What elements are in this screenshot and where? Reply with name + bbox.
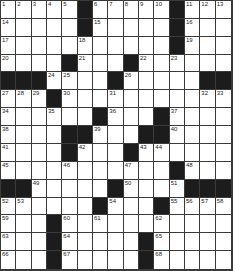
clue-number-47: 47 [125, 162, 132, 169]
white-cell-r9c3[interactable] [32, 144, 47, 162]
clue-number-37: 37 [171, 108, 178, 115]
white-cell-r3c5[interactable] [62, 37, 77, 55]
white-cell-r5c7[interactable] [93, 72, 108, 90]
white-cell-r11c12[interactable]: 51 [170, 180, 185, 198]
white-cell-r7c8[interactable]: 36 [108, 108, 123, 126]
white-cell-r6c7[interactable] [93, 90, 108, 108]
white-cell-r7c5[interactable] [62, 108, 77, 126]
white-cell-r4c8[interactable] [108, 55, 123, 73]
white-cell-r7c3[interactable] [32, 108, 47, 126]
white-cell-r3c8[interactable] [108, 37, 123, 55]
white-cell-r14c12[interactable] [170, 233, 185, 251]
clue-number-24: 24 [48, 72, 55, 79]
white-cell-r4c7[interactable] [93, 55, 108, 73]
white-cell-r12c15[interactable]: 58 [216, 198, 231, 216]
white-cell-r9c4[interactable] [47, 144, 62, 162]
white-cell-r14c9[interactable] [124, 233, 139, 251]
black-cell-r8c6 [78, 126, 93, 144]
clue-number-4: 4 [48, 1, 51, 8]
clue-number-55: 55 [171, 198, 178, 205]
white-cell-r6c15[interactable]: 33 [216, 90, 231, 108]
white-cell-r14c3[interactable] [32, 233, 47, 251]
white-cell-r9c8[interactable] [108, 144, 123, 162]
clue-number-67: 67 [63, 251, 70, 258]
white-cell-r2c3[interactable] [32, 19, 47, 37]
clue-number-59: 59 [2, 215, 9, 222]
clue-number-33: 33 [217, 90, 224, 97]
white-cell-r1c15[interactable]: 13 [216, 1, 231, 19]
black-cell-r9c5 [62, 144, 77, 162]
white-cell-r14c6[interactable] [78, 233, 93, 251]
white-cell-r13c13[interactable] [185, 215, 200, 233]
white-cell-r13c6[interactable] [78, 215, 93, 233]
black-cell-r11c1 [1, 180, 16, 198]
black-cell-r11c13 [185, 180, 200, 198]
white-cell-r11c9[interactable]: 50 [124, 180, 139, 198]
white-cell-r14c11[interactable]: 65 [154, 233, 169, 251]
white-cell-r13c3[interactable] [32, 215, 47, 233]
white-cell-r10c2[interactable] [16, 162, 31, 180]
black-cell-r12c11 [154, 198, 169, 216]
white-cell-r1c7[interactable]: 6 [93, 1, 108, 19]
white-cell-r11c11[interactable] [154, 180, 169, 198]
white-cell-r6c14[interactable]: 32 [200, 90, 215, 108]
white-cell-r10c7[interactable] [93, 162, 108, 180]
white-cell-r11c5[interactable] [62, 180, 77, 198]
white-cell-r2c11[interactable] [154, 19, 169, 37]
white-cell-r10c10[interactable] [139, 162, 154, 180]
white-cell-r10c1[interactable]: 45 [1, 162, 16, 180]
white-cell-r4c11[interactable] [154, 55, 169, 73]
black-cell-r13c4 [47, 215, 62, 233]
white-cell-r1c4[interactable]: 4 [47, 1, 62, 19]
white-cell-r5c12[interactable] [170, 72, 185, 90]
white-cell-r3c2[interactable] [16, 37, 31, 55]
white-cell-r3c15[interactable] [216, 37, 231, 55]
clue-number-41: 41 [2, 144, 9, 151]
white-cell-r14c5[interactable]: 64 [62, 233, 77, 251]
clue-number-63: 63 [2, 233, 9, 240]
clue-number-15: 15 [94, 19, 101, 26]
white-cell-r10c6[interactable] [78, 162, 93, 180]
white-cell-r12c4[interactable] [47, 198, 62, 216]
black-cell-r7c11 [154, 108, 169, 126]
white-cell-r4c12[interactable]: 23 [170, 55, 185, 73]
white-cell-r7c15[interactable] [216, 108, 231, 126]
clue-number-35: 35 [48, 108, 55, 115]
white-cell-r3c7[interactable] [93, 37, 108, 55]
clue-number-3: 3 [33, 1, 36, 8]
clue-number-7: 7 [109, 1, 112, 8]
black-cell-r11c8 [108, 180, 123, 198]
clue-number-62: 62 [155, 215, 162, 222]
black-cell-r12c7 [93, 198, 108, 216]
white-cell-r9c14[interactable] [200, 144, 215, 162]
white-cell-r6c8[interactable]: 31 [108, 90, 123, 108]
white-cell-r2c1[interactable]: 14 [1, 19, 16, 37]
clue-number-48: 48 [186, 162, 193, 169]
clue-number-44: 44 [155, 144, 162, 151]
white-cell-r15c8[interactable] [108, 251, 123, 269]
clue-number-60: 60 [63, 215, 70, 222]
white-cell-r7c12[interactable]: 37 [170, 108, 185, 126]
white-cell-r13c14[interactable] [200, 215, 215, 233]
clue-number-13: 13 [217, 1, 224, 8]
clue-number-49: 49 [33, 180, 40, 187]
clue-number-61: 61 [94, 215, 101, 222]
clue-number-6: 6 [94, 1, 97, 8]
white-cell-r2c10[interactable] [139, 19, 154, 37]
clue-number-42: 42 [79, 144, 86, 151]
white-cell-r8c13[interactable] [185, 126, 200, 144]
white-cell-r10c5[interactable]: 46 [62, 162, 77, 180]
clue-number-45: 45 [2, 162, 9, 169]
clue-number-2: 2 [17, 1, 20, 8]
white-cell-r7c4[interactable]: 35 [47, 108, 62, 126]
white-cell-r10c11[interactable] [154, 162, 169, 180]
white-cell-r8c12[interactable]: 40 [170, 126, 185, 144]
clue-number-18: 18 [79, 37, 86, 44]
clue-number-54: 54 [109, 198, 116, 205]
white-cell-r1c2[interactable]: 2 [16, 1, 31, 19]
white-cell-r13c8[interactable] [108, 215, 123, 233]
white-cell-r15c3[interactable] [32, 251, 47, 269]
clue-number-56: 56 [186, 198, 193, 205]
clue-number-38: 38 [2, 126, 9, 133]
clue-number-5: 5 [63, 1, 66, 8]
white-cell-r13c10[interactable] [139, 215, 154, 233]
clue-number-50: 50 [125, 180, 132, 187]
white-cell-r3c9[interactable] [124, 37, 139, 55]
clue-number-66: 66 [2, 251, 9, 258]
white-cell-r6c11[interactable] [154, 90, 169, 108]
white-cell-r2c8[interactable] [108, 19, 123, 37]
black-cell-r1c6 [78, 1, 93, 19]
white-cell-r8c2[interactable] [16, 126, 31, 144]
black-cell-r5c2 [16, 72, 31, 90]
clue-number-11: 11 [186, 1, 192, 8]
white-cell-r2c9[interactable] [124, 19, 139, 37]
white-cell-r9c12[interactable] [170, 144, 185, 162]
clue-number-40: 40 [171, 126, 178, 133]
white-cell-r10c3[interactable] [32, 162, 47, 180]
black-cell-r7c7 [93, 108, 108, 126]
white-cell-r11c4[interactable] [47, 180, 62, 198]
white-cell-r4c3[interactable] [32, 55, 47, 73]
white-cell-r14c14[interactable] [200, 233, 215, 251]
white-cell-r10c4[interactable] [47, 162, 62, 180]
white-cell-r1c8[interactable]: 7 [108, 1, 123, 19]
white-cell-r5c4[interactable]: 24 [47, 72, 62, 90]
white-cell-r10c14[interactable] [200, 162, 215, 180]
clue-number-20: 20 [2, 55, 9, 62]
white-cell-r2c4[interactable] [47, 19, 62, 37]
white-cell-r1c10[interactable]: 9 [139, 1, 154, 19]
white-cell-r8c8[interactable] [108, 126, 123, 144]
white-cell-r15c14[interactable] [200, 251, 215, 269]
white-cell-r8c14[interactable] [200, 126, 215, 144]
white-cell-r8c9[interactable] [124, 126, 139, 144]
white-cell-r3c6[interactable]: 18 [78, 37, 93, 55]
white-cell-r2c15[interactable] [216, 19, 231, 37]
black-cell-r5c14 [200, 72, 215, 90]
white-cell-r5c13[interactable] [185, 72, 200, 90]
black-cell-r11c2 [16, 180, 31, 198]
clue-number-23: 23 [171, 55, 178, 62]
black-cell-r8c5 [62, 126, 77, 144]
black-cell-r5c8 [108, 72, 123, 90]
clue-number-53: 53 [17, 198, 24, 205]
white-cell-r13c15[interactable] [216, 215, 231, 233]
white-cell-r13c5[interactable]: 60 [62, 215, 77, 233]
black-cell-r1c12 [170, 1, 185, 19]
white-cell-r3c4[interactable] [47, 37, 62, 55]
white-cell-r15c15[interactable] [216, 251, 231, 269]
clue-number-9: 9 [140, 1, 143, 8]
clue-number-25: 25 [63, 72, 70, 79]
white-cell-r14c1[interactable]: 63 [1, 233, 16, 251]
black-cell-r3c12 [170, 37, 185, 55]
white-cell-r6c9[interactable] [124, 90, 139, 108]
black-cell-r8c11 [154, 126, 169, 144]
white-cell-r4c1[interactable]: 20 [1, 55, 16, 73]
white-cell-r12c9[interactable] [124, 198, 139, 216]
white-cell-r14c7[interactable] [93, 233, 108, 251]
white-cell-r2c14[interactable] [200, 19, 215, 37]
white-cell-r9c13[interactable] [185, 144, 200, 162]
white-cell-r13c9[interactable] [124, 215, 139, 233]
white-cell-r10c8[interactable] [108, 162, 123, 180]
white-cell-r4c14[interactable] [200, 55, 215, 73]
clue-number-19: 19 [186, 37, 193, 44]
white-cell-r6c5[interactable]: 30 [62, 90, 77, 108]
clue-number-14: 14 [2, 19, 9, 26]
white-cell-r12c1[interactable]: 52 [1, 198, 16, 216]
white-cell-r1c5[interactable]: 5 [62, 1, 77, 19]
white-cell-r3c1[interactable]: 17 [1, 37, 16, 55]
white-cell-r7c14[interactable] [200, 108, 215, 126]
black-cell-r4c5 [62, 55, 77, 73]
white-cell-r12c3[interactable] [32, 198, 47, 216]
white-cell-r7c10[interactable] [139, 108, 154, 126]
white-cell-r5c9[interactable]: 26 [124, 72, 139, 90]
clue-number-32: 32 [201, 90, 208, 97]
white-cell-r8c15[interactable] [216, 126, 231, 144]
clue-number-68: 68 [155, 251, 162, 258]
white-cell-r8c3[interactable] [32, 126, 47, 144]
white-cell-r4c4[interactable] [47, 55, 62, 73]
clue-number-31: 31 [109, 90, 116, 97]
white-cell-r4c13[interactable] [185, 55, 200, 73]
white-cell-r13c1[interactable]: 59 [1, 215, 16, 233]
white-cell-r15c13[interactable] [185, 251, 200, 269]
white-cell-r7c13[interactable] [185, 108, 200, 126]
white-cell-r2c13[interactable]: 16 [185, 19, 200, 37]
white-cell-r2c5[interactable] [62, 19, 77, 37]
white-cell-r6c6[interactable] [78, 90, 93, 108]
white-cell-r10c13[interactable]: 48 [185, 162, 200, 180]
clue-number-65: 65 [155, 233, 162, 240]
clue-number-29: 29 [33, 90, 40, 97]
clue-number-34: 34 [2, 108, 9, 115]
white-cell-r11c7[interactable] [93, 180, 108, 198]
clue-number-58: 58 [217, 198, 224, 205]
black-cell-r14c4 [47, 233, 62, 251]
clue-number-43: 43 [140, 144, 147, 151]
white-cell-r12c12[interactable]: 55 [170, 198, 185, 216]
white-cell-r1c9[interactable]: 8 [124, 1, 139, 19]
clue-number-1: 1 [2, 1, 5, 8]
clue-number-46: 46 [63, 162, 70, 169]
white-cell-r12c5[interactable] [62, 198, 77, 216]
white-cell-r3c14[interactable] [200, 37, 215, 55]
clue-number-57: 57 [201, 198, 208, 205]
white-cell-r6c10[interactable] [139, 90, 154, 108]
white-cell-r9c1[interactable]: 41 [1, 144, 16, 162]
white-cell-r13c11[interactable]: 62 [154, 215, 169, 233]
white-cell-r15c9[interactable] [124, 251, 139, 269]
clue-number-17: 17 [2, 37, 9, 44]
white-cell-r15c1[interactable]: 66 [1, 251, 16, 269]
black-cell-r9c9 [124, 144, 139, 162]
white-cell-r9c10[interactable]: 43 [139, 144, 154, 162]
white-cell-r6c2[interactable]: 28 [16, 90, 31, 108]
white-cell-r13c12[interactable] [170, 215, 185, 233]
clue-number-64: 64 [63, 233, 70, 240]
white-cell-r12c10[interactable] [139, 198, 154, 216]
white-cell-r13c2[interactable] [16, 215, 31, 233]
white-cell-r12c6[interactable] [78, 198, 93, 216]
clue-number-12: 12 [201, 1, 208, 8]
white-cell-r9c7[interactable] [93, 144, 108, 162]
white-cell-r9c11[interactable]: 44 [154, 144, 169, 162]
white-cell-r1c3[interactable]: 3 [32, 1, 47, 19]
white-cell-r15c7[interactable] [93, 251, 108, 269]
white-cell-r1c14[interactable]: 12 [200, 1, 215, 19]
black-cell-r10c12 [170, 162, 185, 180]
white-cell-r15c11[interactable]: 68 [154, 251, 169, 269]
black-cell-r5c1 [1, 72, 16, 90]
white-cell-r8c7[interactable]: 39 [93, 126, 108, 144]
white-cell-r7c6[interactable] [78, 108, 93, 126]
white-cell-r2c2[interactable] [16, 19, 31, 37]
black-cell-r2c6 [78, 19, 93, 37]
white-cell-r14c8[interactable] [108, 233, 123, 251]
clue-number-51: 51 [171, 180, 178, 187]
white-cell-r1c13[interactable]: 11 [185, 1, 200, 19]
white-cell-r10c15[interactable] [216, 162, 231, 180]
white-cell-r14c15[interactable] [216, 233, 231, 251]
white-cell-r8c4[interactable] [47, 126, 62, 144]
white-cell-r5c5[interactable]: 25 [62, 72, 77, 90]
white-cell-r12c14[interactable]: 57 [200, 198, 215, 216]
white-cell-r4c10[interactable]: 22 [139, 55, 154, 73]
clue-number-10: 10 [155, 1, 162, 8]
black-cell-r8c10 [139, 126, 154, 144]
clue-number-26: 26 [125, 72, 132, 79]
clue-number-52: 52 [2, 198, 9, 205]
white-cell-r6c13[interactable] [185, 90, 200, 108]
white-cell-r15c2[interactable] [16, 251, 31, 269]
white-cell-r11c3[interactable]: 49 [32, 180, 47, 198]
white-cell-r8c1[interactable]: 38 [1, 126, 16, 144]
white-cell-r14c2[interactable] [16, 233, 31, 251]
white-cell-r4c2[interactable] [16, 55, 31, 73]
white-cell-r9c15[interactable] [216, 144, 231, 162]
white-cell-r6c1[interactable]: 27 [1, 90, 16, 108]
black-cell-r14c10 [139, 233, 154, 251]
white-cell-r11c6[interactable] [78, 180, 93, 198]
white-cell-r11c10[interactable] [139, 180, 154, 198]
crossword-grid: 1234567891011121314151617181920212223242… [0, 0, 233, 271]
white-cell-r6c3[interactable]: 29 [32, 90, 47, 108]
white-cell-r3c11[interactable] [154, 37, 169, 55]
black-cell-r5c3 [32, 72, 47, 90]
white-cell-r10c9[interactable]: 47 [124, 162, 139, 180]
black-cell-r4c9 [124, 55, 139, 73]
clue-number-28: 28 [17, 90, 24, 97]
white-cell-r5c10[interactable] [139, 72, 154, 90]
white-cell-r12c8[interactable]: 54 [108, 198, 123, 216]
black-cell-r2c12 [170, 19, 185, 37]
white-cell-r2c7[interactable]: 15 [93, 19, 108, 37]
clue-number-21: 21 [79, 55, 86, 62]
white-cell-r12c13[interactable]: 56 [185, 198, 200, 216]
white-cell-r3c13[interactable]: 19 [185, 37, 200, 55]
white-cell-r15c6[interactable] [78, 251, 93, 269]
black-cell-r11c15 [216, 180, 231, 198]
white-cell-r3c10[interactable] [139, 37, 154, 55]
black-cell-r6c4 [47, 90, 62, 108]
white-cell-r9c6[interactable]: 42 [78, 144, 93, 162]
white-cell-r1c11[interactable]: 10 [154, 1, 169, 19]
white-cell-r3c3[interactable] [32, 37, 47, 55]
black-cell-r15c4 [47, 251, 62, 269]
black-cell-r15c10 [139, 251, 154, 269]
white-cell-r7c9[interactable] [124, 108, 139, 126]
white-cell-r12c2[interactable]: 53 [16, 198, 31, 216]
white-cell-r15c12[interactable] [170, 251, 185, 269]
white-cell-r15c5[interactable]: 67 [62, 251, 77, 269]
white-cell-r9c2[interactable] [16, 144, 31, 162]
white-cell-r5c11[interactable] [154, 72, 169, 90]
clue-number-30: 30 [63, 90, 70, 97]
white-cell-r1c1[interactable]: 1 [1, 1, 16, 19]
white-cell-r14c13[interactable] [185, 233, 200, 251]
white-cell-r4c6[interactable]: 21 [78, 55, 93, 73]
white-cell-r5c6[interactable] [78, 72, 93, 90]
white-cell-r7c1[interactable]: 34 [1, 108, 16, 126]
clue-number-27: 27 [2, 90, 9, 97]
white-cell-r6c12[interactable] [170, 90, 185, 108]
white-cell-r7c2[interactable] [16, 108, 31, 126]
white-cell-r13c7[interactable]: 61 [93, 215, 108, 233]
black-cell-r5c15 [216, 72, 231, 90]
white-cell-r4c15[interactable] [216, 55, 231, 73]
clue-number-16: 16 [186, 19, 193, 26]
clue-number-39: 39 [94, 126, 101, 133]
clue-number-36: 36 [109, 108, 116, 115]
clue-number-8: 8 [125, 1, 128, 8]
black-cell-r11c14 [200, 180, 215, 198]
clue-number-22: 22 [140, 55, 147, 62]
